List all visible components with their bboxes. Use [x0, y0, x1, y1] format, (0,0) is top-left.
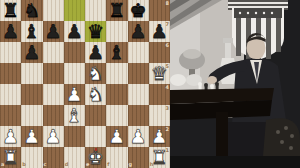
file-label-g: g [129, 162, 133, 167]
rank-label-2: 2 [166, 127, 169, 132]
piece-black-pawn: ♟ [43, 21, 64, 42]
piece-black-pawn: ♟ [0, 21, 21, 42]
rank-label-7: 7 [166, 22, 169, 27]
screenshot-root: ♜♞♜♚8♟♝♟♟♛♟♟7♟♟♝6♞♛5♟♞4♝3♟♟♟♟♟♟2♜abcd♚ef… [0, 0, 300, 168]
player-photo [170, 0, 300, 168]
square-e5[interactable]: ♞ [85, 63, 106, 84]
square-a1[interactable]: ♜a [0, 147, 21, 168]
square-b6[interactable]: ♟ [21, 42, 42, 63]
file-label-d: d [65, 162, 69, 167]
square-g8[interactable]: ♚ [128, 0, 149, 21]
square-a2[interactable]: ♟ [0, 126, 21, 147]
square-a5[interactable] [0, 63, 21, 84]
square-b3[interactable] [21, 105, 42, 126]
piece-white-knight: ♞ [85, 63, 106, 84]
file-label-c: c [44, 162, 47, 167]
square-h5[interactable]: ♛5 [149, 63, 170, 84]
file-label-h: h [150, 162, 154, 167]
square-g6[interactable] [128, 42, 149, 63]
photo-illustration [170, 0, 300, 168]
square-b7[interactable]: ♝ [21, 21, 42, 42]
piece-white-knight: ♞ [85, 84, 106, 105]
rank-label-1: 1 [166, 148, 169, 153]
square-c1[interactable]: c [43, 147, 64, 168]
piece-white-pawn: ♟ [21, 126, 42, 147]
square-d7[interactable]: ♟ [64, 21, 85, 42]
square-d6[interactable] [64, 42, 85, 63]
square-h2[interactable]: ♟2 [149, 126, 170, 147]
square-a4[interactable] [0, 84, 21, 105]
square-g3[interactable] [128, 105, 149, 126]
square-b4[interactable] [21, 84, 42, 105]
square-d8[interactable] [64, 0, 85, 21]
square-c6[interactable] [43, 42, 64, 63]
square-a7[interactable]: ♟ [0, 21, 21, 42]
square-h1[interactable]: ♜1h [149, 147, 170, 168]
square-d4[interactable]: ♟ [64, 84, 85, 105]
square-b8[interactable]: ♞ [21, 0, 42, 21]
square-e6[interactable]: ♟ [85, 42, 106, 63]
square-c3[interactable] [43, 105, 64, 126]
chess-board[interactable]: ♜♞♜♚8♟♝♟♟♛♟♟7♟♟♝6♞♛5♟♞4♝3♟♟♟♟♟♟2♜abcd♚ef… [0, 0, 170, 168]
square-g4[interactable] [128, 84, 149, 105]
piece-white-pawn: ♟ [106, 126, 127, 147]
square-e7[interactable]: ♛ [85, 21, 106, 42]
square-e3[interactable] [85, 105, 106, 126]
piece-black-bishop: ♝ [106, 42, 127, 63]
piece-white-pawn: ♟ [0, 126, 21, 147]
piece-white-pawn: ♟ [43, 126, 64, 147]
square-e4[interactable]: ♞ [85, 84, 106, 105]
piece-black-pawn: ♟ [64, 21, 85, 42]
square-h8[interactable]: 8 [149, 0, 170, 21]
rank-label-8: 8 [166, 1, 169, 6]
piece-black-pawn: ♟ [85, 42, 106, 63]
square-h4[interactable]: 4 [149, 84, 170, 105]
piece-white-pawn: ♟ [64, 84, 85, 105]
rank-label-4: 4 [166, 85, 169, 90]
piece-black-pawn: ♟ [21, 42, 42, 63]
piece-black-king: ♚ [128, 0, 149, 21]
square-d1[interactable]: d [64, 147, 85, 168]
square-b2[interactable]: ♟ [21, 126, 42, 147]
square-c5[interactable] [43, 63, 64, 84]
square-g5[interactable] [128, 63, 149, 84]
square-f2[interactable]: ♟ [106, 126, 127, 147]
white-king-cross-accent [95, 148, 97, 151]
square-a6[interactable] [0, 42, 21, 63]
square-f8[interactable]: ♜ [106, 0, 127, 21]
square-e8[interactable] [85, 0, 106, 21]
square-b5[interactable] [21, 63, 42, 84]
square-d5[interactable] [64, 63, 85, 84]
file-label-e: e [86, 162, 89, 167]
file-label-b: b [22, 162, 26, 167]
square-e1[interactable]: ♚e [85, 147, 106, 168]
piece-black-knight: ♞ [21, 0, 42, 21]
square-f5[interactable] [106, 63, 127, 84]
square-d2[interactable] [64, 126, 85, 147]
square-g1[interactable]: g [128, 147, 149, 168]
rank-label-3: 3 [166, 106, 169, 111]
square-c8[interactable] [43, 0, 64, 21]
square-f3[interactable] [106, 105, 127, 126]
piece-black-bishop: ♝ [21, 21, 42, 42]
piece-black-pawn: ♟ [128, 21, 149, 42]
piece-black-rook: ♜ [106, 0, 127, 21]
square-f7[interactable] [106, 21, 127, 42]
square-a8[interactable]: ♜ [0, 0, 21, 21]
square-f4[interactable] [106, 84, 127, 105]
square-c4[interactable] [43, 84, 64, 105]
piece-white-pawn: ♟ [128, 126, 149, 147]
rank-label-6: 6 [166, 43, 169, 48]
square-f1[interactable]: f [106, 147, 127, 168]
piece-black-queen: ♛ [85, 21, 106, 42]
square-g2[interactable]: ♟ [128, 126, 149, 147]
square-f6[interactable]: ♝ [106, 42, 127, 63]
square-h7[interactable]: ♟7 [149, 21, 170, 42]
piece-white-bishop: ♝ [64, 105, 85, 126]
square-d3[interactable]: ♝ [64, 105, 85, 126]
file-label-a: a [1, 162, 4, 167]
square-c7[interactable]: ♟ [43, 21, 64, 42]
square-g7[interactable]: ♟ [128, 21, 149, 42]
file-label-f: f [107, 162, 109, 167]
piece-black-rook: ♜ [0, 0, 21, 21]
square-e2[interactable] [85, 126, 106, 147]
square-a3[interactable] [0, 105, 21, 126]
rank-label-5: 5 [166, 64, 169, 69]
square-c2[interactable]: ♟ [43, 126, 64, 147]
square-h6[interactable]: 6 [149, 42, 170, 63]
square-b1[interactable]: b [21, 147, 42, 168]
square-h3[interactable]: 3 [149, 105, 170, 126]
